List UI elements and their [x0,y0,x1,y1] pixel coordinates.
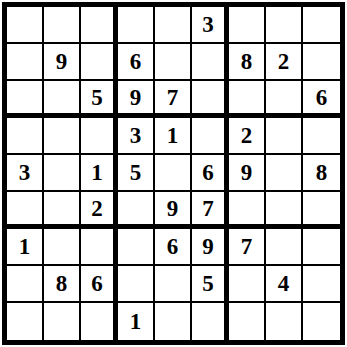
cell-r4c7[interactable]: 2 [229,118,266,155]
cell-r6c4[interactable] [118,192,155,229]
cell-r7c7[interactable]: 7 [229,229,266,266]
cell-r4c9[interactable] [303,118,340,155]
cell-r3c9[interactable]: 6 [303,81,340,118]
cell-r2c2[interactable]: 9 [44,44,81,81]
cell-r9c6[interactable] [192,303,229,340]
cell-r8c7[interactable] [229,266,266,303]
cell-r2c1[interactable] [7,44,44,81]
cell-r1c1[interactable] [7,7,44,44]
cell-r6c8[interactable] [266,192,303,229]
cell-r6c5[interactable]: 9 [155,192,192,229]
cell-r1c9[interactable] [303,7,340,44]
cell-r4c8[interactable] [266,118,303,155]
cell-r5c7[interactable]: 9 [229,155,266,192]
cell-r5c2[interactable] [44,155,81,192]
cell-r3c1[interactable] [7,81,44,118]
cell-r4c2[interactable] [44,118,81,155]
cell-r6c3[interactable]: 2 [81,192,118,229]
sudoku-board: 396825976312315698297169786541 [2,2,345,345]
cell-r8c3[interactable]: 6 [81,266,118,303]
cell-r2c4[interactable]: 6 [118,44,155,81]
cell-r3c6[interactable] [192,81,229,118]
cell-r7c9[interactable] [303,229,340,266]
cell-r1c8[interactable] [266,7,303,44]
cell-r1c5[interactable] [155,7,192,44]
cell-r8c6[interactable]: 5 [192,266,229,303]
cell-r9c7[interactable] [229,303,266,340]
cell-r2c9[interactable] [303,44,340,81]
cell-r3c2[interactable] [44,81,81,118]
cell-r8c2[interactable]: 8 [44,266,81,303]
cell-r9c4[interactable]: 1 [118,303,155,340]
cell-r9c8[interactable] [266,303,303,340]
cell-r2c7[interactable]: 8 [229,44,266,81]
cell-r7c3[interactable] [81,229,118,266]
cell-r3c5[interactable]: 7 [155,81,192,118]
cell-r7c8[interactable] [266,229,303,266]
cell-r8c1[interactable] [7,266,44,303]
cell-r1c6[interactable]: 3 [192,7,229,44]
cell-r5c6[interactable]: 6 [192,155,229,192]
cell-r8c5[interactable] [155,266,192,303]
cell-r5c1[interactable]: 3 [7,155,44,192]
cell-r2c5[interactable] [155,44,192,81]
cell-r3c4[interactable]: 9 [118,81,155,118]
cell-r4c6[interactable] [192,118,229,155]
cell-r6c1[interactable] [7,192,44,229]
cell-r9c2[interactable] [44,303,81,340]
cell-r1c7[interactable] [229,7,266,44]
cell-r6c7[interactable] [229,192,266,229]
cell-r6c2[interactable] [44,192,81,229]
cell-r7c2[interactable] [44,229,81,266]
cell-r3c3[interactable]: 5 [81,81,118,118]
cell-r2c6[interactable] [192,44,229,81]
cell-r5c8[interactable] [266,155,303,192]
cell-r1c4[interactable] [118,7,155,44]
cell-r9c3[interactable] [81,303,118,340]
cell-r7c5[interactable]: 6 [155,229,192,266]
cell-r9c5[interactable] [155,303,192,340]
cell-r4c1[interactable] [7,118,44,155]
cell-r3c7[interactable] [229,81,266,118]
cell-r1c3[interactable] [81,7,118,44]
cell-r7c6[interactable]: 9 [192,229,229,266]
cell-r7c1[interactable]: 1 [7,229,44,266]
cell-r5c9[interactable]: 8 [303,155,340,192]
cell-r4c5[interactable]: 1 [155,118,192,155]
cell-r5c4[interactable]: 5 [118,155,155,192]
cell-r5c3[interactable]: 1 [81,155,118,192]
cell-r8c9[interactable] [303,266,340,303]
cell-r4c4[interactable]: 3 [118,118,155,155]
cell-r2c3[interactable] [81,44,118,81]
cell-r8c4[interactable] [118,266,155,303]
cell-r6c6[interactable]: 7 [192,192,229,229]
cell-r7c4[interactable] [118,229,155,266]
cell-r2c8[interactable]: 2 [266,44,303,81]
cell-r6c9[interactable] [303,192,340,229]
cell-r5c5[interactable] [155,155,192,192]
cell-r1c2[interactable] [44,7,81,44]
cell-r8c8[interactable]: 4 [266,266,303,303]
cell-r4c3[interactable] [81,118,118,155]
cell-r3c8[interactable] [266,81,303,118]
cell-r9c1[interactable] [7,303,44,340]
cell-r9c9[interactable] [303,303,340,340]
